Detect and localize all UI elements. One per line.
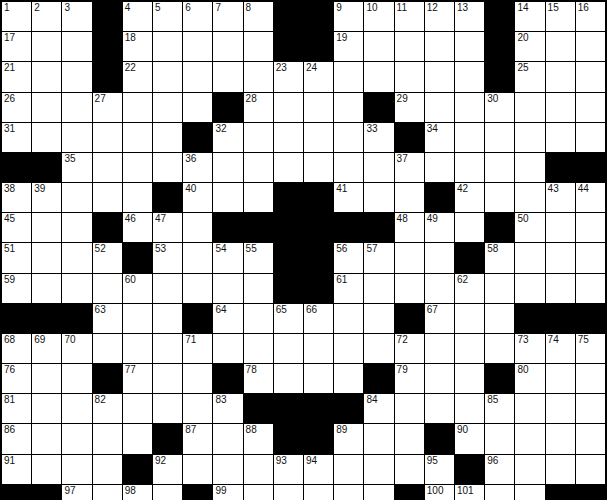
grid-cell[interactable] bbox=[485, 274, 514, 303]
grid-cell[interactable] bbox=[213, 424, 242, 453]
grid-cell[interactable] bbox=[576, 93, 605, 122]
grid-cell[interactable]: 50 bbox=[515, 213, 544, 242]
grid-cell[interactable] bbox=[213, 334, 242, 363]
grid-cell[interactable] bbox=[546, 455, 575, 484]
grid-cell[interactable] bbox=[93, 153, 122, 182]
grid-cell[interactable] bbox=[32, 394, 61, 423]
grid-cell[interactable]: 35 bbox=[62, 153, 91, 182]
grid-cell[interactable] bbox=[183, 213, 212, 242]
grid-cell[interactable] bbox=[455, 93, 484, 122]
grid-cell[interactable]: 85 bbox=[485, 394, 514, 423]
grid-cell[interactable]: 24 bbox=[304, 62, 333, 91]
grid-cell[interactable] bbox=[515, 123, 544, 152]
grid-cell[interactable] bbox=[183, 93, 212, 122]
grid-cell[interactable]: 7 bbox=[213, 2, 242, 31]
grid-cell[interactable] bbox=[455, 32, 484, 61]
grid-cell[interactable] bbox=[546, 62, 575, 91]
grid-cell[interactable] bbox=[123, 334, 152, 363]
grid-cell[interactable]: 49 bbox=[425, 213, 454, 242]
black-cell bbox=[576, 304, 605, 333]
black-cell bbox=[213, 93, 242, 122]
grid-cell[interactable]: 76 bbox=[2, 364, 31, 393]
grid-cell[interactable]: 61 bbox=[334, 274, 363, 303]
grid-cell[interactable]: 37 bbox=[395, 153, 424, 182]
grid-cell[interactable] bbox=[304, 93, 333, 122]
grid-cell[interactable]: 1 bbox=[2, 2, 31, 31]
grid-cell[interactable]: 59 bbox=[2, 274, 31, 303]
grid-cell[interactable]: 65 bbox=[274, 304, 303, 333]
grid-cell[interactable] bbox=[395, 32, 424, 61]
black-cell bbox=[455, 455, 484, 484]
grid-cell[interactable] bbox=[183, 274, 212, 303]
grid-cell[interactable]: 92 bbox=[153, 455, 182, 484]
grid-cell[interactable] bbox=[274, 485, 303, 500]
grid-cell[interactable]: 91 bbox=[2, 455, 31, 484]
grid-cell[interactable] bbox=[93, 274, 122, 303]
grid-cell[interactable] bbox=[576, 424, 605, 453]
clue-number: 60 bbox=[125, 274, 136, 286]
grid-cell[interactable]: 52 bbox=[93, 243, 122, 272]
grid-cell[interactable]: 30 bbox=[485, 93, 514, 122]
grid-cell[interactable]: 17 bbox=[2, 32, 31, 61]
grid-cell[interactable] bbox=[183, 62, 212, 91]
grid-cell[interactable]: 68 bbox=[2, 334, 31, 363]
grid-cell[interactable] bbox=[32, 62, 61, 91]
grid-cell[interactable] bbox=[485, 424, 514, 453]
grid-cell[interactable] bbox=[334, 123, 363, 152]
grid-cell[interactable]: 41 bbox=[334, 183, 363, 212]
grid-cell[interactable]: 39 bbox=[32, 183, 61, 212]
grid-cell[interactable] bbox=[576, 274, 605, 303]
grid-cell[interactable] bbox=[32, 123, 61, 152]
grid-cell[interactable] bbox=[244, 123, 273, 152]
grid-cell[interactable]: 77 bbox=[123, 364, 152, 393]
grid-cell[interactable] bbox=[546, 32, 575, 61]
grid-cell[interactable] bbox=[546, 364, 575, 393]
grid-cell[interactable]: 10 bbox=[364, 2, 393, 31]
grid-cell[interactable] bbox=[425, 334, 454, 363]
grid-cell[interactable] bbox=[334, 153, 363, 182]
grid-cell[interactable]: 25 bbox=[515, 62, 544, 91]
grid-cell[interactable] bbox=[395, 183, 424, 212]
grid-cell[interactable] bbox=[515, 394, 544, 423]
grid-cell[interactable] bbox=[455, 364, 484, 393]
grid-cell[interactable] bbox=[425, 274, 454, 303]
grid-cell[interactable] bbox=[32, 455, 61, 484]
grid-cell[interactable] bbox=[244, 274, 273, 303]
black-cell bbox=[425, 183, 454, 212]
grid-cell[interactable] bbox=[244, 62, 273, 91]
grid-cell[interactable] bbox=[395, 424, 424, 453]
grid-cell[interactable] bbox=[364, 32, 393, 61]
grid-cell[interactable] bbox=[62, 213, 91, 242]
grid-cell[interactable] bbox=[123, 153, 152, 182]
grid-cell[interactable] bbox=[32, 93, 61, 122]
clue-number: 83 bbox=[215, 394, 226, 406]
grid-cell[interactable] bbox=[93, 424, 122, 453]
grid-cell[interactable]: 78 bbox=[244, 364, 273, 393]
grid-cell[interactable]: 95 bbox=[425, 455, 454, 484]
grid-cell[interactable]: 73 bbox=[515, 334, 544, 363]
grid-cell[interactable] bbox=[364, 304, 393, 333]
grid-cell[interactable] bbox=[62, 62, 91, 91]
grid-cell[interactable]: 20 bbox=[515, 32, 544, 61]
grid-cell[interactable] bbox=[364, 183, 393, 212]
clue-number: 90 bbox=[457, 424, 468, 436]
grid-cell[interactable] bbox=[364, 274, 393, 303]
grid-cell[interactable] bbox=[213, 62, 242, 91]
grid-cell[interactable] bbox=[546, 93, 575, 122]
black-cell bbox=[485, 364, 514, 393]
grid-cell[interactable]: 21 bbox=[2, 62, 31, 91]
grid-cell[interactable]: 48 bbox=[395, 213, 424, 242]
grid-cell[interactable] bbox=[455, 213, 484, 242]
grid-cell[interactable] bbox=[455, 153, 484, 182]
grid-cell[interactable]: 29 bbox=[395, 93, 424, 122]
grid-cell[interactable] bbox=[153, 485, 182, 500]
grid-cell[interactable] bbox=[244, 334, 273, 363]
grid-cell[interactable]: 27 bbox=[93, 93, 122, 122]
grid-cell[interactable]: 56 bbox=[334, 243, 363, 272]
grid-cell[interactable] bbox=[334, 304, 363, 333]
grid-cell[interactable]: 5 bbox=[153, 2, 182, 31]
grid-cell[interactable] bbox=[334, 334, 363, 363]
grid-cell[interactable] bbox=[62, 183, 91, 212]
grid-cell[interactable] bbox=[576, 123, 605, 152]
grid-cell[interactable] bbox=[32, 274, 61, 303]
grid-cell[interactable] bbox=[93, 485, 122, 500]
grid-cell[interactable] bbox=[153, 334, 182, 363]
grid-cell[interactable] bbox=[425, 394, 454, 423]
grid-cell[interactable] bbox=[93, 334, 122, 363]
grid-cell[interactable]: 80 bbox=[515, 364, 544, 393]
grid-cell[interactable] bbox=[213, 32, 242, 61]
grid-cell[interactable]: 54 bbox=[213, 243, 242, 272]
grid-cell[interactable] bbox=[334, 364, 363, 393]
grid-cell[interactable]: 93 bbox=[274, 455, 303, 484]
grid-cell[interactable]: 28 bbox=[244, 93, 273, 122]
grid-cell[interactable] bbox=[485, 123, 514, 152]
grid-cell[interactable]: 75 bbox=[576, 334, 605, 363]
grid-cell[interactable] bbox=[515, 153, 544, 182]
grid-cell[interactable]: 16 bbox=[576, 2, 605, 31]
grid-cell[interactable] bbox=[123, 304, 152, 333]
grid-cell[interactable]: 31 bbox=[2, 123, 31, 152]
grid-cell[interactable]: 100 bbox=[425, 485, 454, 500]
grid-cell[interactable]: 42 bbox=[455, 183, 484, 212]
grid-cell[interactable] bbox=[364, 455, 393, 484]
grid-cell[interactable]: 40 bbox=[183, 183, 212, 212]
grid-cell[interactable]: 90 bbox=[455, 424, 484, 453]
grid-cell[interactable] bbox=[455, 394, 484, 423]
grid-cell[interactable]: 94 bbox=[304, 455, 333, 484]
grid-cell[interactable] bbox=[334, 455, 363, 484]
grid-cell[interactable] bbox=[244, 304, 273, 333]
grid-cell[interactable] bbox=[32, 364, 61, 393]
grid-cell[interactable]: 74 bbox=[546, 334, 575, 363]
grid-cell[interactable] bbox=[576, 62, 605, 91]
grid-cell[interactable] bbox=[515, 274, 544, 303]
grid-cell[interactable]: 81 bbox=[2, 394, 31, 423]
grid-cell[interactable] bbox=[395, 62, 424, 91]
grid-cell[interactable]: 51 bbox=[2, 243, 31, 272]
grid-cell[interactable] bbox=[32, 32, 61, 61]
clue-number: 70 bbox=[64, 334, 75, 346]
grid-cell[interactable]: 88 bbox=[244, 424, 273, 453]
grid-cell[interactable] bbox=[93, 123, 122, 152]
grid-cell[interactable] bbox=[334, 485, 363, 500]
grid-cell[interactable]: 87 bbox=[183, 424, 212, 453]
grid-cell[interactable]: 62 bbox=[455, 274, 484, 303]
grid-cell[interactable] bbox=[485, 183, 514, 212]
grid-cell[interactable]: 64 bbox=[213, 304, 242, 333]
grid-cell[interactable]: 36 bbox=[183, 153, 212, 182]
grid-cell[interactable] bbox=[546, 213, 575, 242]
grid-cell[interactable] bbox=[213, 274, 242, 303]
grid-cell[interactable] bbox=[334, 62, 363, 91]
grid-cell[interactable] bbox=[183, 364, 212, 393]
black-cell bbox=[304, 32, 333, 61]
grid-cell[interactable] bbox=[425, 62, 454, 91]
grid-cell[interactable]: 43 bbox=[546, 183, 575, 212]
grid-cell[interactable] bbox=[244, 485, 273, 500]
clue-number: 49 bbox=[427, 213, 438, 225]
grid-cell[interactable] bbox=[576, 364, 605, 393]
grid-cell[interactable] bbox=[183, 455, 212, 484]
clue-number: 93 bbox=[276, 455, 287, 467]
grid-cell[interactable] bbox=[123, 123, 152, 152]
grid-cell[interactable]: 101 bbox=[455, 485, 484, 500]
grid-cell[interactable] bbox=[576, 32, 605, 61]
grid-cell[interactable] bbox=[123, 394, 152, 423]
grid-cell[interactable]: 98 bbox=[123, 485, 152, 500]
grid-cell[interactable] bbox=[62, 123, 91, 152]
grid-cell[interactable] bbox=[62, 93, 91, 122]
grid-cell[interactable] bbox=[515, 455, 544, 484]
grid-cell[interactable]: 63 bbox=[93, 304, 122, 333]
grid-cell[interactable]: 3 bbox=[62, 2, 91, 31]
grid-cell[interactable] bbox=[304, 334, 333, 363]
grid-cell[interactable]: 32 bbox=[213, 123, 242, 152]
grid-cell[interactable] bbox=[153, 304, 182, 333]
grid-cell[interactable]: 69 bbox=[32, 334, 61, 363]
grid-cell[interactable]: 55 bbox=[244, 243, 273, 272]
grid-cell[interactable]: 57 bbox=[364, 243, 393, 272]
grid-cell[interactable] bbox=[244, 455, 273, 484]
grid-cell[interactable]: 83 bbox=[213, 394, 242, 423]
grid-cell[interactable]: 11 bbox=[395, 2, 424, 31]
grid-cell[interactable]: 15 bbox=[546, 2, 575, 31]
grid-cell[interactable]: 26 bbox=[2, 93, 31, 122]
grid-cell[interactable] bbox=[364, 424, 393, 453]
grid-cell[interactable]: 44 bbox=[576, 183, 605, 212]
black-cell bbox=[304, 183, 333, 212]
grid-cell[interactable] bbox=[153, 123, 182, 152]
grid-cell[interactable] bbox=[93, 455, 122, 484]
clue-number: 96 bbox=[487, 455, 498, 467]
grid-cell[interactable] bbox=[395, 274, 424, 303]
grid-cell[interactable] bbox=[183, 243, 212, 272]
grid-cell[interactable] bbox=[455, 123, 484, 152]
grid-cell[interactable] bbox=[576, 394, 605, 423]
grid-cell[interactable] bbox=[425, 243, 454, 272]
grid-cell[interactable] bbox=[304, 153, 333, 182]
grid-cell[interactable]: 86 bbox=[2, 424, 31, 453]
clue-number: 54 bbox=[215, 243, 226, 255]
grid-cell[interactable] bbox=[515, 183, 544, 212]
grid-cell[interactable] bbox=[32, 213, 61, 242]
grid-cell[interactable] bbox=[425, 32, 454, 61]
grid-cell[interactable]: 19 bbox=[334, 32, 363, 61]
grid-cell[interactable] bbox=[93, 183, 122, 212]
grid-cell[interactable] bbox=[183, 394, 212, 423]
grid-cell[interactable] bbox=[274, 364, 303, 393]
clue-number: 24 bbox=[306, 62, 317, 74]
grid-cell[interactable] bbox=[62, 32, 91, 61]
grid-cell[interactable] bbox=[546, 424, 575, 453]
grid-cell[interactable] bbox=[576, 243, 605, 272]
grid-cell[interactable] bbox=[576, 455, 605, 484]
clue-number: 55 bbox=[246, 243, 257, 255]
grid-cell[interactable]: 38 bbox=[2, 183, 31, 212]
grid-cell[interactable]: 23 bbox=[274, 62, 303, 91]
grid-cell[interactable]: 82 bbox=[93, 394, 122, 423]
grid-cell[interactable]: 45 bbox=[2, 213, 31, 242]
grid-cell[interactable] bbox=[364, 334, 393, 363]
grid-cell[interactable] bbox=[364, 153, 393, 182]
grid-cell[interactable] bbox=[515, 424, 544, 453]
grid-cell[interactable] bbox=[425, 153, 454, 182]
grid-cell[interactable] bbox=[153, 153, 182, 182]
clue-number: 85 bbox=[487, 394, 498, 406]
grid-cell[interactable] bbox=[183, 32, 212, 61]
grid-cell[interactable]: 33 bbox=[364, 123, 393, 152]
grid-cell[interactable]: 67 bbox=[425, 304, 454, 333]
grid-cell[interactable] bbox=[123, 424, 152, 453]
grid-cell[interactable] bbox=[244, 183, 273, 212]
grid-cell[interactable] bbox=[153, 32, 182, 61]
grid-cell[interactable]: 53 bbox=[153, 243, 182, 272]
grid-cell[interactable] bbox=[304, 364, 333, 393]
grid-cell[interactable] bbox=[274, 93, 303, 122]
grid-cell[interactable]: 9 bbox=[334, 2, 363, 31]
grid-cell[interactable] bbox=[274, 123, 303, 152]
grid-cell[interactable] bbox=[485, 334, 514, 363]
grid-cell[interactable] bbox=[32, 424, 61, 453]
grid-cell[interactable] bbox=[364, 485, 393, 500]
grid-cell[interactable] bbox=[62, 455, 91, 484]
grid-cell[interactable] bbox=[395, 243, 424, 272]
grid-cell[interactable] bbox=[274, 153, 303, 182]
grid-cell[interactable]: 34 bbox=[425, 123, 454, 152]
grid-cell[interactable]: 8 bbox=[244, 2, 273, 31]
grid-cell[interactable] bbox=[62, 394, 91, 423]
grid-cell[interactable] bbox=[62, 364, 91, 393]
grid-cell[interactable] bbox=[304, 485, 333, 500]
grid-cell[interactable]: 13 bbox=[455, 2, 484, 31]
grid-cell[interactable]: 14 bbox=[515, 2, 544, 31]
grid-cell[interactable]: 6 bbox=[183, 2, 212, 31]
grid-cell[interactable]: 58 bbox=[485, 243, 514, 272]
grid-cell[interactable]: 99 bbox=[213, 485, 242, 500]
grid-cell[interactable] bbox=[485, 304, 514, 333]
clue-number: 5 bbox=[155, 2, 161, 14]
grid-cell[interactable] bbox=[576, 213, 605, 242]
grid-cell[interactable] bbox=[515, 93, 544, 122]
grid-cell[interactable]: 22 bbox=[123, 62, 152, 91]
grid-cell[interactable] bbox=[153, 62, 182, 91]
grid-cell[interactable]: 46 bbox=[123, 213, 152, 242]
grid-cell[interactable]: 47 bbox=[153, 213, 182, 242]
grid-cell[interactable] bbox=[244, 153, 273, 182]
grid-cell[interactable] bbox=[395, 394, 424, 423]
grid-cell[interactable] bbox=[62, 274, 91, 303]
grid-cell[interactable] bbox=[153, 364, 182, 393]
grid-cell[interactable] bbox=[546, 394, 575, 423]
grid-cell[interactable] bbox=[515, 485, 544, 500]
grid-cell[interactable]: 60 bbox=[123, 274, 152, 303]
black-cell bbox=[123, 243, 152, 272]
grid-cell[interactable] bbox=[485, 153, 514, 182]
grid-cell[interactable]: 18 bbox=[123, 32, 152, 61]
grid-cell[interactable] bbox=[153, 394, 182, 423]
grid-cell[interactable] bbox=[62, 243, 91, 272]
grid-cell[interactable] bbox=[425, 364, 454, 393]
grid-cell[interactable] bbox=[455, 304, 484, 333]
grid-cell[interactable] bbox=[546, 123, 575, 152]
grid-cell[interactable] bbox=[395, 455, 424, 484]
grid-cell[interactable]: 66 bbox=[304, 304, 333, 333]
clue-number: 62 bbox=[457, 274, 468, 286]
clue-number: 94 bbox=[306, 455, 317, 467]
grid-cell[interactable]: 96 bbox=[485, 455, 514, 484]
grid-cell[interactable]: 84 bbox=[364, 394, 393, 423]
grid-cell[interactable] bbox=[153, 274, 182, 303]
grid-cell[interactable] bbox=[334, 93, 363, 122]
grid-cell[interactable] bbox=[213, 153, 242, 182]
grid-cell[interactable] bbox=[274, 334, 303, 363]
grid-cell[interactable] bbox=[153, 93, 182, 122]
grid-cell[interactable] bbox=[32, 243, 61, 272]
grid-cell[interactable]: 2 bbox=[32, 2, 61, 31]
grid-cell[interactable] bbox=[485, 485, 514, 500]
grid-cell[interactable]: 70 bbox=[62, 334, 91, 363]
grid-cell[interactable]: 4 bbox=[123, 2, 152, 31]
grid-cell[interactable] bbox=[546, 274, 575, 303]
grid-cell[interactable] bbox=[244, 32, 273, 61]
grid-cell[interactable] bbox=[213, 183, 242, 212]
grid-cell[interactable] bbox=[425, 93, 454, 122]
grid-cell[interactable] bbox=[455, 62, 484, 91]
clue-number: 17 bbox=[4, 32, 15, 44]
grid-cell[interactable] bbox=[515, 243, 544, 272]
grid-cell[interactable]: 79 bbox=[395, 364, 424, 393]
grid-cell[interactable] bbox=[304, 123, 333, 152]
grid-cell[interactable] bbox=[364, 62, 393, 91]
grid-cell[interactable] bbox=[455, 334, 484, 363]
grid-cell[interactable]: 97 bbox=[62, 485, 91, 500]
grid-cell[interactable] bbox=[546, 243, 575, 272]
grid-cell[interactable]: 72 bbox=[395, 334, 424, 363]
grid-cell[interactable] bbox=[213, 455, 242, 484]
black-cell bbox=[213, 213, 242, 242]
grid-cell[interactable]: 12 bbox=[425, 2, 454, 31]
grid-cell[interactable]: 71 bbox=[183, 334, 212, 363]
grid-cell[interactable] bbox=[123, 183, 152, 212]
grid-cell[interactable]: 89 bbox=[334, 424, 363, 453]
grid-cell[interactable] bbox=[123, 93, 152, 122]
grid-cell[interactable] bbox=[62, 424, 91, 453]
